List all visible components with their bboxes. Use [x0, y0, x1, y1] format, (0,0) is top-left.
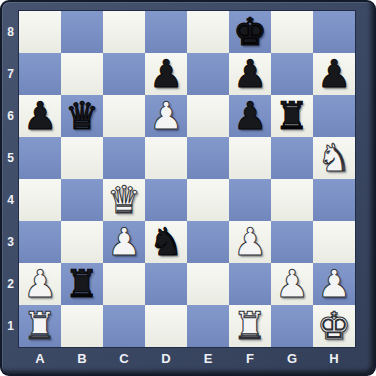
- black-pawn[interactable]: ♟: [229, 95, 271, 137]
- square-g7[interactable]: [271, 53, 313, 95]
- black-pawn[interactable]: ♟: [229, 53, 271, 95]
- square-g8[interactable]: [271, 11, 313, 53]
- square-f2[interactable]: [229, 263, 271, 305]
- square-d7[interactable]: ♟: [145, 53, 187, 95]
- square-h4[interactable]: [313, 179, 355, 221]
- square-e5[interactable]: [187, 137, 229, 179]
- square-c2[interactable]: [103, 263, 145, 305]
- white-pawn[interactable]: ♟: [271, 263, 313, 305]
- square-c5[interactable]: [103, 137, 145, 179]
- file-label-c: C: [103, 347, 145, 373]
- square-e8[interactable]: [187, 11, 229, 53]
- square-a7[interactable]: [19, 53, 61, 95]
- square-f1[interactable]: ♜: [229, 305, 271, 347]
- square-h6[interactable]: [313, 95, 355, 137]
- square-f4[interactable]: [229, 179, 271, 221]
- square-d1[interactable]: [145, 305, 187, 347]
- white-pawn[interactable]: ♟: [313, 263, 355, 305]
- square-c8[interactable]: [103, 11, 145, 53]
- square-b7[interactable]: [61, 53, 103, 95]
- rank-label-2: 2: [2, 263, 19, 305]
- rank-labels: 87654321: [2, 11, 19, 347]
- square-h2[interactable]: ♟: [313, 263, 355, 305]
- white-pawn[interactable]: ♟: [19, 263, 61, 305]
- square-h1[interactable]: ♚: [313, 305, 355, 347]
- square-d3[interactable]: ♞: [145, 221, 187, 263]
- black-king[interactable]: ♚: [229, 11, 271, 53]
- square-f3[interactable]: ♟: [229, 221, 271, 263]
- square-e4[interactable]: [187, 179, 229, 221]
- rank-label-3: 3: [2, 221, 19, 263]
- square-d5[interactable]: [145, 137, 187, 179]
- white-pawn[interactable]: ♟: [229, 221, 271, 263]
- square-f6[interactable]: ♟: [229, 95, 271, 137]
- white-queen[interactable]: ♛: [103, 179, 145, 221]
- square-g3[interactable]: [271, 221, 313, 263]
- square-a2[interactable]: ♟: [19, 263, 61, 305]
- file-label-e: E: [187, 347, 229, 373]
- black-queen[interactable]: ♛: [61, 95, 103, 137]
- square-d6[interactable]: ♟: [145, 95, 187, 137]
- square-c1[interactable]: [103, 305, 145, 347]
- rank-label-8: 8: [2, 11, 19, 53]
- file-labels: ABCDEFGH: [19, 347, 355, 373]
- square-d4[interactable]: [145, 179, 187, 221]
- chessboard[interactable]: ♚♟♟♟♟♛♟♟♜♞♛♟♞♟♟♜♟♟♜♜♚: [19, 11, 355, 347]
- square-b1[interactable]: [61, 305, 103, 347]
- white-pawn[interactable]: ♟: [103, 221, 145, 263]
- square-e2[interactable]: [187, 263, 229, 305]
- square-e7[interactable]: [187, 53, 229, 95]
- white-knight[interactable]: ♞: [313, 137, 355, 179]
- square-b2[interactable]: ♜: [61, 263, 103, 305]
- square-a8[interactable]: [19, 11, 61, 53]
- white-rook[interactable]: ♜: [19, 305, 61, 347]
- square-h5[interactable]: ♞: [313, 137, 355, 179]
- file-label-f: F: [229, 347, 271, 373]
- black-pawn[interactable]: ♟: [313, 53, 355, 95]
- square-a3[interactable]: [19, 221, 61, 263]
- black-rook[interactable]: ♜: [271, 95, 313, 137]
- square-e6[interactable]: [187, 95, 229, 137]
- white-king[interactable]: ♚: [313, 305, 355, 347]
- rank-label-1: 1: [2, 305, 19, 347]
- file-label-b: B: [61, 347, 103, 373]
- file-label-a: A: [19, 347, 61, 373]
- white-pawn[interactable]: ♟: [145, 95, 187, 137]
- rank-label-5: 5: [2, 137, 19, 179]
- square-f7[interactable]: ♟: [229, 53, 271, 95]
- square-g5[interactable]: [271, 137, 313, 179]
- black-rook[interactable]: ♜: [61, 263, 103, 305]
- white-rook[interactable]: ♜: [229, 305, 271, 347]
- square-c4[interactable]: ♛: [103, 179, 145, 221]
- square-c6[interactable]: [103, 95, 145, 137]
- file-label-h: H: [313, 347, 355, 373]
- square-h3[interactable]: [313, 221, 355, 263]
- black-pawn[interactable]: ♟: [145, 53, 187, 95]
- square-g1[interactable]: [271, 305, 313, 347]
- square-d8[interactable]: [145, 11, 187, 53]
- square-b8[interactable]: [61, 11, 103, 53]
- file-label-d: D: [145, 347, 187, 373]
- square-c7[interactable]: [103, 53, 145, 95]
- square-b4[interactable]: [61, 179, 103, 221]
- black-knight[interactable]: ♞: [145, 221, 187, 263]
- file-label-g: G: [271, 347, 313, 373]
- square-g4[interactable]: [271, 179, 313, 221]
- square-e1[interactable]: [187, 305, 229, 347]
- square-f5[interactable]: [229, 137, 271, 179]
- square-h7[interactable]: ♟: [313, 53, 355, 95]
- square-c3[interactable]: ♟: [103, 221, 145, 263]
- square-f8[interactable]: ♚: [229, 11, 271, 53]
- rank-label-4: 4: [2, 179, 19, 221]
- square-e3[interactable]: [187, 221, 229, 263]
- rank-label-6: 6: [2, 95, 19, 137]
- square-a5[interactable]: [19, 137, 61, 179]
- square-b3[interactable]: [61, 221, 103, 263]
- square-h8[interactable]: [313, 11, 355, 53]
- square-d2[interactable]: [145, 263, 187, 305]
- chessboard-frame: 87654321 ABCDEFGH ♚♟♟♟♟♛♟♟♜♞♛♟♞♟♟♜♟♟♜♜♚: [0, 0, 376, 376]
- square-g6[interactable]: ♜: [271, 95, 313, 137]
- black-pawn[interactable]: ♟: [19, 95, 61, 137]
- square-a6[interactable]: ♟: [19, 95, 61, 137]
- square-b6[interactable]: ♛: [61, 95, 103, 137]
- square-a1[interactable]: ♜: [19, 305, 61, 347]
- square-b5[interactable]: [61, 137, 103, 179]
- square-g2[interactable]: ♟: [271, 263, 313, 305]
- rank-label-7: 7: [2, 53, 19, 95]
- square-a4[interactable]: [19, 179, 61, 221]
